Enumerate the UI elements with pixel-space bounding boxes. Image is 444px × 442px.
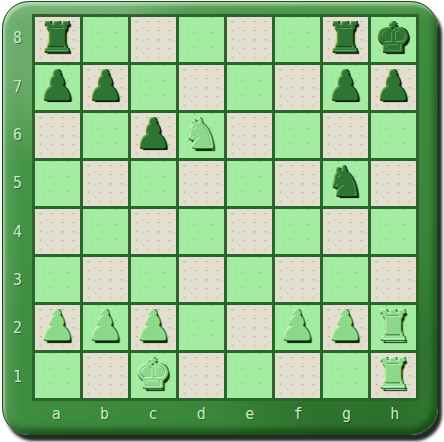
square-h1[interactable]: ♜ bbox=[371, 353, 416, 398]
piece-black-rook[interactable]: ♜ bbox=[327, 16, 364, 61]
square-d2[interactable] bbox=[179, 305, 224, 350]
piece-black-pawn[interactable]: ♟ bbox=[135, 112, 172, 157]
piece-black-knight[interactable]: ♞ bbox=[327, 160, 364, 205]
square-g3[interactable] bbox=[323, 257, 368, 302]
rank-label-7: 7 bbox=[3, 62, 32, 110]
piece-black-pawn[interactable]: ♟ bbox=[39, 64, 76, 109]
square-e8[interactable] bbox=[227, 17, 272, 62]
rank-labels: 87654321 bbox=[3, 14, 32, 401]
piece-black-pawn[interactable]: ♟ bbox=[375, 64, 412, 109]
square-g1[interactable] bbox=[323, 353, 368, 398]
square-a4[interactable] bbox=[35, 209, 80, 254]
square-b5[interactable] bbox=[83, 161, 128, 206]
square-f3[interactable] bbox=[275, 257, 320, 302]
piece-white-pawn[interactable]: ♟ bbox=[327, 304, 364, 349]
square-c5[interactable] bbox=[131, 161, 176, 206]
square-d4[interactable] bbox=[179, 209, 224, 254]
square-e1[interactable] bbox=[227, 353, 272, 398]
file-labels: abcdefgh bbox=[32, 401, 419, 427]
square-h4[interactable] bbox=[371, 209, 416, 254]
square-h7[interactable]: ♟ bbox=[371, 65, 416, 110]
rank-label-5: 5 bbox=[3, 159, 32, 207]
square-b7[interactable]: ♟ bbox=[83, 65, 128, 110]
square-h8[interactable]: ♚ bbox=[371, 17, 416, 62]
square-c6[interactable]: ♟ bbox=[131, 113, 176, 158]
rank-label-8: 8 bbox=[3, 14, 32, 62]
chess-board[interactable]: ♜♜♚♟♟♟♟♟♞♞♟♟♟♟♟♜♚♜ bbox=[32, 14, 419, 401]
square-d7[interactable] bbox=[179, 65, 224, 110]
piece-white-knight[interactable]: ♞ bbox=[183, 112, 220, 157]
file-label-d: d bbox=[177, 401, 225, 427]
square-a6[interactable] bbox=[35, 113, 80, 158]
square-f5[interactable] bbox=[275, 161, 320, 206]
square-b2[interactable]: ♟ bbox=[83, 305, 128, 350]
square-a8[interactable]: ♜ bbox=[35, 17, 80, 62]
square-g4[interactable] bbox=[323, 209, 368, 254]
square-a1[interactable] bbox=[35, 353, 80, 398]
square-e4[interactable] bbox=[227, 209, 272, 254]
piece-black-pawn[interactable]: ♟ bbox=[87, 64, 124, 109]
piece-black-king[interactable]: ♚ bbox=[375, 16, 412, 61]
square-b3[interactable] bbox=[83, 257, 128, 302]
square-b4[interactable] bbox=[83, 209, 128, 254]
square-g7[interactable]: ♟ bbox=[323, 65, 368, 110]
square-f8[interactable] bbox=[275, 17, 320, 62]
square-b1[interactable] bbox=[83, 353, 128, 398]
square-f2[interactable]: ♟ bbox=[275, 305, 320, 350]
square-g2[interactable]: ♟ bbox=[323, 305, 368, 350]
square-h2[interactable]: ♜ bbox=[371, 305, 416, 350]
square-f1[interactable] bbox=[275, 353, 320, 398]
file-label-e: e bbox=[226, 401, 274, 427]
rank-label-6: 6 bbox=[3, 111, 32, 159]
square-g6[interactable] bbox=[323, 113, 368, 158]
piece-white-rook[interactable]: ♜ bbox=[375, 352, 412, 397]
rank-label-1: 1 bbox=[3, 353, 32, 401]
square-c1[interactable]: ♚ bbox=[131, 353, 176, 398]
rank-label-4: 4 bbox=[3, 208, 32, 256]
square-c2[interactable]: ♟ bbox=[131, 305, 176, 350]
square-c8[interactable] bbox=[131, 17, 176, 62]
square-c4[interactable] bbox=[131, 209, 176, 254]
square-h6[interactable] bbox=[371, 113, 416, 158]
rank-label-3: 3 bbox=[3, 256, 32, 304]
file-label-c: c bbox=[129, 401, 177, 427]
file-label-f: f bbox=[274, 401, 322, 427]
rank-label-2: 2 bbox=[3, 304, 32, 352]
square-h3[interactable] bbox=[371, 257, 416, 302]
piece-white-pawn[interactable]: ♟ bbox=[39, 304, 76, 349]
piece-white-rook[interactable]: ♜ bbox=[375, 304, 412, 349]
piece-white-pawn[interactable]: ♟ bbox=[279, 304, 316, 349]
square-f4[interactable] bbox=[275, 209, 320, 254]
file-label-b: b bbox=[80, 401, 128, 427]
square-e7[interactable] bbox=[227, 65, 272, 110]
square-a7[interactable]: ♟ bbox=[35, 65, 80, 110]
square-g5[interactable]: ♞ bbox=[323, 161, 368, 206]
square-d3[interactable] bbox=[179, 257, 224, 302]
piece-white-pawn[interactable]: ♟ bbox=[87, 304, 124, 349]
square-d8[interactable] bbox=[179, 17, 224, 62]
square-e5[interactable] bbox=[227, 161, 272, 206]
square-e2[interactable] bbox=[227, 305, 272, 350]
square-g8[interactable]: ♜ bbox=[323, 17, 368, 62]
square-c3[interactable] bbox=[131, 257, 176, 302]
piece-white-pawn[interactable]: ♟ bbox=[135, 304, 172, 349]
square-a3[interactable] bbox=[35, 257, 80, 302]
square-a2[interactable]: ♟ bbox=[35, 305, 80, 350]
piece-black-rook[interactable]: ♜ bbox=[39, 16, 76, 61]
square-d6[interactable]: ♞ bbox=[179, 113, 224, 158]
square-a5[interactable] bbox=[35, 161, 80, 206]
square-d5[interactable] bbox=[179, 161, 224, 206]
square-e6[interactable] bbox=[227, 113, 272, 158]
piece-black-pawn[interactable]: ♟ bbox=[327, 64, 364, 109]
square-h5[interactable] bbox=[371, 161, 416, 206]
square-f7[interactable] bbox=[275, 65, 320, 110]
square-b6[interactable] bbox=[83, 113, 128, 158]
file-label-g: g bbox=[322, 401, 370, 427]
square-d1[interactable] bbox=[179, 353, 224, 398]
square-f6[interactable] bbox=[275, 113, 320, 158]
board-frame: 87654321 abcdefgh ♜♜♚♟♟♟♟♟♞♞♟♟♟♟♟♜♚♜ bbox=[2, 1, 438, 435]
file-label-a: a bbox=[32, 401, 80, 427]
square-c7[interactable] bbox=[131, 65, 176, 110]
square-e3[interactable] bbox=[227, 257, 272, 302]
piece-white-king[interactable]: ♚ bbox=[135, 352, 172, 397]
square-b8[interactable] bbox=[83, 17, 128, 62]
file-label-h: h bbox=[371, 401, 419, 427]
page-background: 87654321 abcdefgh ♜♜♚♟♟♟♟♟♞♞♟♟♟♟♟♜♚♜ bbox=[0, 0, 444, 442]
